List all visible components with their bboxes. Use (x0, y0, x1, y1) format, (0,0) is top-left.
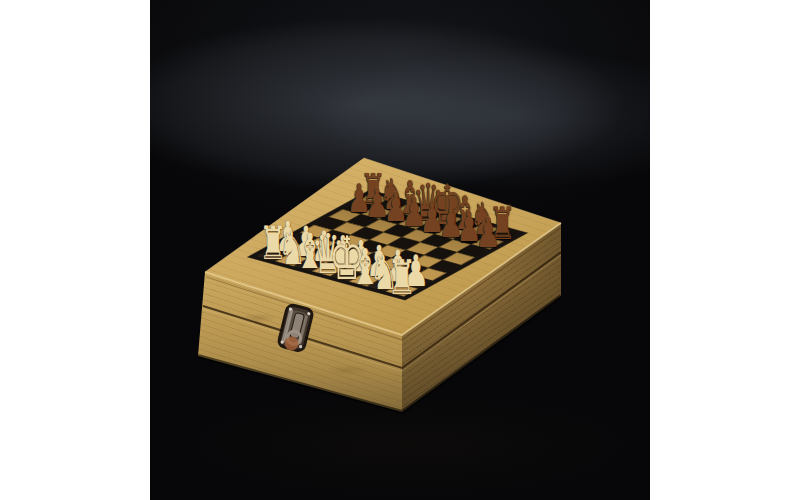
screenshot-canvas: ♜♞♝♛♚♝♞♜♟♟♟♟♟♟♟♟♟♟♟♟♟♟♟♟♜♞♝♛♚♝♞♜ (0, 0, 800, 500)
photo-chess-box-scene: ♜♞♝♛♚♝♞♜♟♟♟♟♟♟♟♟♟♟♟♟♟♟♟♟♜♞♝♛♚♝♞♜ (150, 0, 650, 500)
